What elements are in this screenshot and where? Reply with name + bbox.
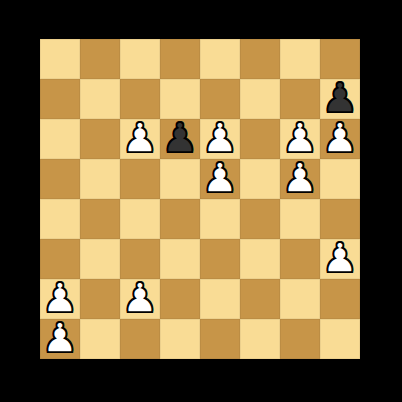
square-g1[interactable] [280,319,320,359]
white-pawn-c2[interactable]: ♟ [122,278,159,318]
white-pawn-h6[interactable]: ♟ [322,118,359,158]
square-e8[interactable] [200,39,240,79]
square-f6[interactable] [240,119,280,159]
black-pawn-h7[interactable]: ♟ [322,78,359,118]
square-h7[interactable]: ♟ [320,79,360,119]
square-c8[interactable] [120,39,160,79]
square-b2[interactable] [80,279,120,319]
square-e5[interactable]: ♟ [200,159,240,199]
square-a3[interactable] [40,239,80,279]
square-g3[interactable] [280,239,320,279]
square-b1[interactable] [80,319,120,359]
square-b8[interactable] [80,39,120,79]
square-f3[interactable] [240,239,280,279]
square-e4[interactable] [200,199,240,239]
white-pawn-g5[interactable]: ♟ [282,158,319,198]
square-c1[interactable] [120,319,160,359]
square-d7[interactable] [160,79,200,119]
square-h4[interactable] [320,199,360,239]
white-pawn-e5[interactable]: ♟ [202,158,239,198]
square-h2[interactable] [320,279,360,319]
square-e3[interactable] [200,239,240,279]
square-d8[interactable] [160,39,200,79]
square-a4[interactable] [40,199,80,239]
square-a8[interactable] [40,39,80,79]
square-h5[interactable] [320,159,360,199]
square-e6[interactable]: ♟ [200,119,240,159]
square-h8[interactable] [320,39,360,79]
white-pawn-c6[interactable]: ♟ [122,118,159,158]
square-c5[interactable] [120,159,160,199]
square-d5[interactable] [160,159,200,199]
square-g6[interactable]: ♟ [280,119,320,159]
square-d2[interactable] [160,279,200,319]
white-pawn-g6[interactable]: ♟ [282,118,319,158]
square-b5[interactable] [80,159,120,199]
square-b6[interactable] [80,119,120,159]
square-f4[interactable] [240,199,280,239]
chess-board: ♟♟♟♟♟♟♟♟♟♟♟♟ [40,39,360,359]
square-g2[interactable] [280,279,320,319]
square-d3[interactable] [160,239,200,279]
square-g5[interactable]: ♟ [280,159,320,199]
square-b4[interactable] [80,199,120,239]
square-f7[interactable] [240,79,280,119]
square-c3[interactable] [120,239,160,279]
square-a2[interactable]: ♟ [40,279,80,319]
white-pawn-a2[interactable]: ♟ [42,278,79,318]
square-f2[interactable] [240,279,280,319]
square-g4[interactable] [280,199,320,239]
square-f1[interactable] [240,319,280,359]
square-a7[interactable] [40,79,80,119]
square-e7[interactable] [200,79,240,119]
square-h1[interactable] [320,319,360,359]
square-d4[interactable] [160,199,200,239]
square-e2[interactable] [200,279,240,319]
square-c6[interactable]: ♟ [120,119,160,159]
square-b7[interactable] [80,79,120,119]
square-c7[interactable] [120,79,160,119]
square-c2[interactable]: ♟ [120,279,160,319]
square-d1[interactable] [160,319,200,359]
square-h3[interactable]: ♟ [320,239,360,279]
white-pawn-a1[interactable]: ♟ [42,318,79,358]
square-h6[interactable]: ♟ [320,119,360,159]
square-c4[interactable] [120,199,160,239]
square-b3[interactable] [80,239,120,279]
white-pawn-h3[interactable]: ♟ [322,238,359,278]
square-a1[interactable]: ♟ [40,319,80,359]
square-g7[interactable] [280,79,320,119]
square-f5[interactable] [240,159,280,199]
black-pawn-d6[interactable]: ♟ [162,118,199,158]
square-d6[interactable]: ♟ [160,119,200,159]
chess-diagram-canvas: ♟♟♟♟♟♟♟♟♟♟♟♟ [0,0,402,402]
white-pawn-e6[interactable]: ♟ [202,118,239,158]
square-g8[interactable] [280,39,320,79]
square-a6[interactable] [40,119,80,159]
square-a5[interactable] [40,159,80,199]
square-e1[interactable] [200,319,240,359]
square-f8[interactable] [240,39,280,79]
